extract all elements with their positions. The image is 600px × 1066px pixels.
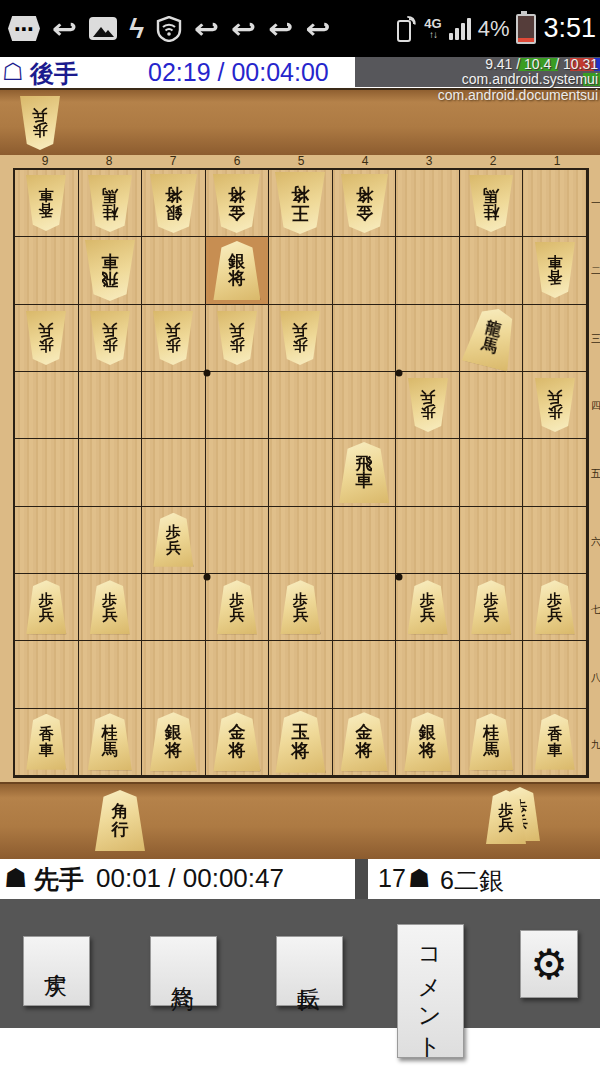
reply-icon: ↩ — [52, 15, 77, 42]
square-25[interactable] — [460, 439, 524, 506]
piece-sente-79[interactable]: 銀将 — [150, 712, 197, 771]
sente-captured-tray[interactable]: 角行歩兵歩兵 — [0, 782, 600, 861]
piece-kanji: 馬 — [479, 336, 499, 356]
square-88[interactable] — [79, 641, 143, 708]
square-94[interactable] — [15, 372, 79, 439]
piece-kanji: 兵 — [547, 390, 562, 405]
square-74[interactable] — [142, 372, 206, 439]
piece-sente-17[interactable]: 歩兵 — [535, 580, 575, 634]
flip-board-button[interactable]: 反転 — [276, 936, 343, 1006]
piece-gote-34[interactable]: 歩兵 — [408, 378, 448, 432]
square-43[interactable] — [333, 305, 397, 372]
piece-kanji: 将 — [291, 185, 309, 204]
square-15[interactable] — [523, 439, 587, 506]
square-46[interactable] — [333, 507, 397, 574]
piece-kanji: 将 — [356, 742, 373, 760]
square-19[interactable]: 香車 — [523, 709, 587, 776]
piece-kanji: 歩 — [229, 338, 244, 353]
square-13[interactable] — [523, 305, 587, 372]
square-72[interactable] — [142, 237, 206, 304]
square-79[interactable]: 銀将 — [142, 709, 206, 776]
square-84[interactable] — [79, 372, 143, 439]
piece-gote-51[interactable]: 王将 — [275, 172, 325, 234]
piece-kanji: 将 — [165, 186, 182, 204]
piece-gote-91[interactable]: 香車 — [26, 175, 66, 231]
reply-icon: ↩ — [305, 15, 330, 42]
flash-icon: ϟ — [129, 15, 144, 43]
square-76[interactable]: 歩兵 — [142, 507, 206, 574]
piece-sente-69[interactable]: 金将 — [213, 712, 260, 771]
hoshi-dot — [204, 370, 211, 377]
rank-label-7: 七 — [591, 603, 600, 617]
piece-kanji: 歩 — [547, 405, 562, 420]
piece-kanji: 香 — [547, 726, 562, 741]
square-69[interactable]: 金将 — [206, 709, 270, 776]
piece-kanji: 角 — [112, 803, 129, 821]
piece-kanji: 将 — [165, 742, 182, 760]
piece-kanji: 兵 — [39, 322, 54, 337]
piece-kanji: 馬 — [102, 742, 118, 758]
piece-gote-53[interactable]: 歩兵 — [280, 311, 320, 365]
control-panel: 戻す 終局 反転 コメント ⚙ — [0, 899, 600, 1028]
piece-kanji: 飛 — [356, 455, 373, 473]
file-label-8: 8 — [77, 155, 141, 168]
piece-kanji: 金 — [228, 724, 245, 742]
piece-kanji: 歩 — [293, 592, 308, 607]
square-61[interactable]: 金将 — [206, 170, 270, 237]
piece-gote-82[interactable]: 飛車 — [85, 240, 135, 301]
overlay-package-1: com.android.systemui — [355, 72, 600, 87]
square-27[interactable]: 歩兵 — [460, 574, 524, 641]
square-77[interactable] — [142, 574, 206, 641]
android-status-bar: ⋯ ↩ ϟ ↩ ↩ ↩ ↩ 4G ↑↓ — [0, 0, 600, 57]
piece-gote-71[interactable]: 銀将 — [150, 174, 197, 233]
move-text: 6二銀 — [440, 864, 504, 897]
hoshi-dot — [204, 574, 211, 581]
square-39[interactable]: 銀将 — [396, 709, 460, 776]
file-label-2: 2 — [461, 155, 525, 168]
piece-kanji: 銀 — [165, 724, 182, 742]
square-33[interactable] — [396, 305, 460, 372]
square-17[interactable]: 歩兵 — [523, 574, 587, 641]
piece-sente-57[interactable]: 歩兵 — [280, 580, 320, 634]
square-87[interactable]: 歩兵 — [79, 574, 143, 641]
square-91[interactable]: 香車 — [15, 170, 79, 237]
piece-gote-93[interactable]: 歩兵 — [26, 311, 66, 365]
square-56[interactable] — [269, 507, 333, 574]
square-98[interactable] — [15, 641, 79, 708]
square-75[interactable] — [142, 439, 206, 506]
square-73[interactable]: 歩兵 — [142, 305, 206, 372]
piece-gote-12[interactable]: 香車 — [535, 242, 575, 298]
piece-kanji: 馬 — [483, 187, 499, 203]
piece-sente-76[interactable]: 歩兵 — [153, 513, 193, 567]
piece-kanji: 兵 — [102, 322, 117, 337]
hoshi-dot — [396, 370, 403, 377]
piece-kanji: 兵 — [484, 607, 499, 622]
piece-kanji: 将 — [419, 742, 436, 760]
piece-kanji: 金 — [356, 724, 373, 742]
square-89[interactable]: 桂馬 — [79, 709, 143, 776]
board-area: 987654321 一二三四五六七八九 香車桂馬銀将金将王将金将桂馬飛車銀将香車… — [0, 155, 600, 782]
piece-sente-29[interactable]: 桂馬 — [469, 713, 513, 770]
piece-kanji: 兵 — [39, 607, 54, 622]
piece-kanji: 歩 — [102, 592, 117, 607]
file-label-9: 9 — [13, 155, 77, 168]
piece-kanji: 車 — [547, 255, 562, 270]
piece-gote-61[interactable]: 金将 — [213, 174, 260, 233]
square-34[interactable]: 歩兵 — [396, 372, 460, 439]
comment-button[interactable]: コメント — [397, 924, 464, 1058]
gote-time: 02:19 / 00:04:00 — [148, 58, 329, 87]
piece-kanji: 歩 — [420, 405, 435, 420]
square-49[interactable]: 金将 — [333, 709, 397, 776]
square-47[interactable] — [333, 574, 397, 641]
menu-dots-icon: ⋯ — [8, 16, 40, 41]
piece-kanji: 歩 — [39, 592, 54, 607]
hand-piece-sente[interactable]: 角行 — [95, 790, 145, 851]
square-14[interactable]: 歩兵 — [523, 372, 587, 439]
square-44[interactable] — [333, 372, 397, 439]
square-36[interactable] — [396, 507, 460, 574]
overlay-metrics: 9.41 / 10.4 / 10.31 — [355, 57, 600, 72]
square-41[interactable]: 金将 — [333, 170, 397, 237]
sente-time: 00:01 / 00:00:47 — [96, 863, 284, 894]
piece-kanji: 将 — [228, 186, 245, 204]
black-piece-icon: ☗ — [4, 863, 27, 894]
piece-kanji: 歩 — [484, 592, 499, 607]
piece-kanji: 兵 — [102, 607, 117, 622]
piece-kanji: 歩 — [420, 592, 435, 607]
gpu-profile-overlay: 9.41 / 10.4 / 10.31 com.android.systemui — [355, 57, 600, 87]
piece-kanji: 王 — [291, 203, 309, 222]
rank-label-8: 八 — [591, 671, 600, 685]
piece-sente-27[interactable]: 歩兵 — [471, 580, 511, 634]
piece-kanji: 銀 — [419, 724, 436, 742]
piece-kanji: 兵 — [166, 322, 181, 337]
piece-sente-62[interactable]: 銀将 — [213, 241, 260, 300]
piece-kanji: 兵 — [229, 607, 244, 622]
square-38[interactable] — [396, 641, 460, 708]
square-11[interactable] — [523, 170, 587, 237]
square-63[interactable]: 歩兵 — [206, 305, 270, 372]
square-37[interactable]: 歩兵 — [396, 574, 460, 641]
piece-kanji: 将 — [228, 742, 245, 760]
square-99[interactable]: 香車 — [15, 709, 79, 776]
piece-kanji: 馬 — [102, 187, 118, 203]
square-55[interactable] — [269, 439, 333, 506]
white-piece-icon: ☖ — [2, 58, 24, 86]
piece-sente-87[interactable]: 歩兵 — [90, 580, 130, 634]
piece-kanji: 飛 — [101, 270, 118, 288]
reply-icon: ↩ — [231, 15, 256, 42]
piece-gote-21[interactable]: 桂馬 — [469, 175, 513, 232]
square-93[interactable]: 歩兵 — [15, 305, 79, 372]
square-18[interactable] — [523, 641, 587, 708]
last-move-display: 17 ☗ 6二銀 — [368, 859, 600, 899]
sente-label: 先手 — [34, 863, 84, 896]
file-label-5: 5 — [269, 155, 333, 168]
piece-kanji: 歩 — [293, 338, 308, 353]
piece-gote-14[interactable]: 歩兵 — [535, 378, 575, 432]
piece-gote-81[interactable]: 桂馬 — [88, 175, 132, 232]
gote-label: 後手 — [30, 58, 78, 88]
piece-kanji: 兵 — [293, 322, 308, 337]
move-side-icon: ☗ — [408, 864, 430, 893]
square-21[interactable]: 桂馬 — [460, 170, 524, 237]
square-86[interactable] — [79, 507, 143, 574]
square-31[interactable] — [396, 170, 460, 237]
piece-kanji: 行 — [112, 821, 129, 839]
overlay-package-2: com.android.documentsui — [438, 87, 598, 103]
square-68[interactable] — [206, 641, 270, 708]
piece-kanji: 車 — [39, 742, 54, 757]
file-label-1: 1 — [525, 155, 589, 168]
square-52[interactable] — [269, 237, 333, 304]
gear-icon: ⚙ — [530, 940, 568, 989]
piece-kanji: 歩 — [166, 524, 181, 539]
square-66[interactable] — [206, 507, 270, 574]
photo-icon — [89, 17, 117, 40]
piece-sente-19[interactable]: 香車 — [535, 714, 575, 770]
square-26[interactable] — [460, 507, 524, 574]
square-71[interactable]: 銀将 — [142, 170, 206, 237]
piece-gote-63[interactable]: 歩兵 — [217, 311, 257, 365]
rank-label-4: 四 — [591, 399, 600, 413]
file-coordinates: 987654321 — [13, 155, 589, 168]
piece-kanji: 銀 — [165, 203, 182, 221]
square-62[interactable]: 銀将 — [206, 237, 270, 304]
square-28[interactable] — [460, 641, 524, 708]
shogi-board[interactable]: 香車桂馬銀将金将王将金将桂馬飛車銀将香車歩兵歩兵歩兵歩兵歩兵龍馬歩兵歩兵飛車歩兵… — [13, 168, 589, 778]
piece-kanji: 金 — [228, 203, 245, 221]
square-45[interactable]: 飛車 — [333, 439, 397, 506]
end-game-button[interactable]: 終局 — [150, 936, 217, 1006]
piece-kanji: 歩 — [39, 338, 54, 353]
piece-kanji: 桂 — [483, 725, 499, 741]
sente-clock-bar: ☗ 先手 00:01 / 00:00:47 17 ☗ 6二銀 — [0, 859, 600, 899]
piece-kanji: 香 — [547, 270, 562, 285]
square-96[interactable] — [15, 507, 79, 574]
piece-gote-73[interactable]: 歩兵 — [153, 311, 193, 365]
hand-piece-gote[interactable]: 歩兵 — [20, 96, 60, 150]
signal-bars-icon — [449, 18, 471, 40]
piece-kanji: 兵 — [33, 108, 48, 123]
rank-label-1: 一 — [591, 196, 600, 210]
file-label-4: 4 — [333, 155, 397, 168]
undo-button[interactable]: 戻す — [23, 936, 90, 1006]
square-16[interactable] — [523, 507, 587, 574]
square-32[interactable] — [396, 237, 460, 304]
square-22[interactable] — [460, 237, 524, 304]
piece-kanji: 将 — [228, 270, 245, 288]
piece-kanji: 桂 — [102, 725, 118, 741]
piece-sente-23[interactable]: 龍馬 — [461, 304, 521, 373]
piece-kanji: 車 — [101, 253, 118, 271]
piece-kanji: 兵 — [420, 390, 435, 405]
piece-sente-37[interactable]: 歩兵 — [408, 580, 448, 634]
bottom-spacer — [0, 1028, 600, 1066]
square-35[interactable] — [396, 439, 460, 506]
piece-sente-67[interactable]: 歩兵 — [217, 580, 257, 634]
piece-kanji: 桂 — [102, 203, 118, 219]
square-64[interactable] — [206, 372, 270, 439]
piece-kanji: 銀 — [228, 253, 245, 271]
piece-sente-89[interactable]: 桂馬 — [88, 713, 132, 770]
piece-kanji: 兵 — [166, 540, 181, 555]
piece-kanji: 歩 — [499, 802, 514, 817]
piece-sente-97[interactable]: 歩兵 — [26, 580, 66, 634]
piece-sente-59[interactable]: 玉将 — [275, 711, 325, 773]
piece-kanji: 将 — [291, 742, 309, 761]
piece-kanji: 車 — [39, 188, 54, 203]
reply-icon: ↩ — [268, 15, 293, 42]
battery-percent: 4% — [478, 16, 510, 42]
piece-gote-83[interactable]: 歩兵 — [90, 311, 130, 365]
square-58[interactable] — [269, 641, 333, 708]
square-48[interactable] — [333, 641, 397, 708]
piece-kanji: 歩 — [102, 338, 117, 353]
piece-kanji: 歩 — [229, 592, 244, 607]
piece-kanji: 兵 — [229, 322, 244, 337]
status-bar-clock: 3:51 — [543, 13, 596, 44]
piece-kanji: 玉 — [291, 723, 309, 742]
piece-kanji: 歩 — [547, 592, 562, 607]
hoshi-dot — [396, 574, 403, 581]
square-53[interactable]: 歩兵 — [269, 305, 333, 372]
square-23[interactable]: 龍馬 — [460, 305, 524, 372]
square-51[interactable]: 王将 — [269, 170, 333, 237]
piece-sente-99[interactable]: 香車 — [26, 714, 66, 770]
rank-label-2: 二 — [591, 264, 600, 278]
network-4g-icon: 4G ↑↓ — [424, 17, 441, 40]
rank-label-6: 六 — [591, 535, 600, 549]
square-85[interactable] — [79, 439, 143, 506]
move-number: 17 — [378, 864, 406, 893]
square-24[interactable] — [460, 372, 524, 439]
file-label-3: 3 — [397, 155, 461, 168]
settings-button[interactable]: ⚙ — [520, 930, 578, 998]
piece-kanji: 桂 — [483, 203, 499, 219]
piece-sente-45[interactable]: 飛車 — [339, 442, 389, 503]
rank-label-9: 九 — [591, 738, 600, 752]
piece-kanji: 歩 — [33, 123, 48, 138]
square-57[interactable]: 歩兵 — [269, 574, 333, 641]
piece-gote-41[interactable]: 金将 — [341, 174, 388, 233]
battery-icon — [516, 14, 536, 44]
square-42[interactable] — [333, 237, 397, 304]
piece-kanji: 兵 — [293, 607, 308, 622]
piece-kanji: 香 — [39, 203, 54, 218]
piece-sente-49[interactable]: 金将 — [341, 712, 388, 771]
reply-icon: ↩ — [194, 15, 219, 42]
piece-kanji: 車 — [547, 742, 562, 757]
piece-kanji: 兵 — [499, 817, 514, 832]
wifi-shield-icon — [156, 16, 182, 42]
piece-kanji: 車 — [356, 472, 373, 490]
piece-kanji: 将 — [356, 186, 373, 204]
phone-signal-icon — [395, 15, 417, 43]
square-54[interactable] — [269, 372, 333, 439]
piece-kanji: 歩 — [166, 338, 181, 353]
piece-kanji: 香 — [39, 726, 54, 741]
piece-kanji: 兵 — [420, 607, 435, 622]
square-67[interactable]: 歩兵 — [206, 574, 270, 641]
square-12[interactable]: 香車 — [523, 237, 587, 304]
square-82[interactable]: 飛車 — [79, 237, 143, 304]
square-92[interactable] — [15, 237, 79, 304]
square-95[interactable] — [15, 439, 79, 506]
square-81[interactable]: 桂馬 — [79, 170, 143, 237]
file-label-6: 6 — [205, 155, 269, 168]
rank-label-3: 三 — [591, 332, 600, 346]
square-65[interactable] — [206, 439, 270, 506]
square-59[interactable]: 玉将 — [269, 709, 333, 776]
rank-label-5: 五 — [591, 467, 600, 481]
shogi-app-screen: ⋯ ↩ ϟ ↩ ↩ ↩ ↩ 4G ↑↓ — [0, 0, 600, 1066]
piece-sente-39[interactable]: 銀将 — [404, 712, 451, 771]
square-83[interactable]: 歩兵 — [79, 305, 143, 372]
square-97[interactable]: 歩兵 — [15, 574, 79, 641]
piece-kanji: 兵 — [547, 607, 562, 622]
piece-kanji: 馬 — [483, 742, 499, 758]
file-label-7: 7 — [141, 155, 205, 168]
square-78[interactable] — [142, 641, 206, 708]
piece-kanji: 金 — [356, 203, 373, 221]
square-29[interactable]: 桂馬 — [460, 709, 524, 776]
